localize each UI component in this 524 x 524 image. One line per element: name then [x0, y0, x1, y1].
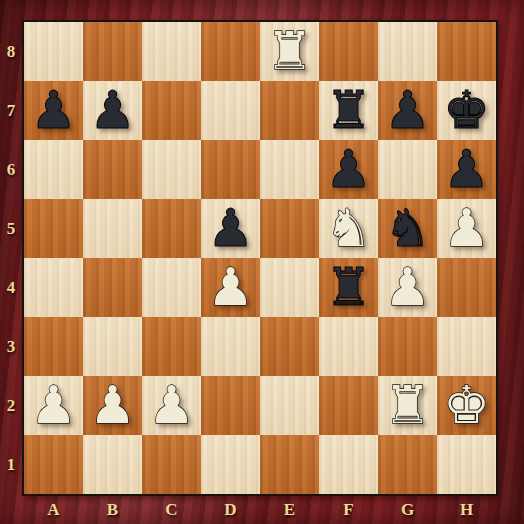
white-king[interactable]: ♚ — [443, 376, 490, 435]
square-h4[interactable] — [437, 258, 496, 317]
white-pawn[interactable]: ♟ — [443, 199, 490, 258]
square-b2[interactable]: ♟ — [83, 376, 142, 435]
square-b1[interactable] — [83, 435, 142, 494]
square-a8[interactable] — [24, 22, 83, 81]
black-king[interactable]: ♚ — [443, 81, 490, 140]
square-d6[interactable] — [201, 140, 260, 199]
square-b6[interactable] — [83, 140, 142, 199]
square-h3[interactable] — [437, 317, 496, 376]
square-g5[interactable]: ♞ — [378, 199, 437, 258]
square-c7[interactable] — [142, 81, 201, 140]
square-a1[interactable] — [24, 435, 83, 494]
square-b4[interactable] — [83, 258, 142, 317]
square-e6[interactable] — [260, 140, 319, 199]
square-b8[interactable] — [83, 22, 142, 81]
white-knight[interactable]: ♞ — [325, 199, 372, 258]
white-pawn[interactable]: ♟ — [384, 258, 431, 317]
square-g8[interactable] — [378, 22, 437, 81]
rank-label-5: 5 — [0, 199, 22, 258]
square-c5[interactable] — [142, 199, 201, 258]
rank-label-3: 3 — [0, 317, 22, 376]
white-pawn[interactable]: ♟ — [207, 258, 254, 317]
square-a2[interactable]: ♟ — [24, 376, 83, 435]
file-label-e: E — [260, 496, 319, 524]
file-label-b: B — [83, 496, 142, 524]
square-h8[interactable] — [437, 22, 496, 81]
square-e8[interactable]: ♜ — [260, 22, 319, 81]
square-e7[interactable] — [260, 81, 319, 140]
square-b5[interactable] — [83, 199, 142, 258]
file-label-h: H — [437, 496, 496, 524]
square-e5[interactable] — [260, 199, 319, 258]
square-c3[interactable] — [142, 317, 201, 376]
square-d4[interactable]: ♟ — [201, 258, 260, 317]
square-g7[interactable]: ♟ — [378, 81, 437, 140]
black-pawn[interactable]: ♟ — [89, 81, 136, 140]
square-c1[interactable] — [142, 435, 201, 494]
square-d8[interactable] — [201, 22, 260, 81]
black-pawn[interactable]: ♟ — [30, 81, 77, 140]
square-f5[interactable]: ♞ — [319, 199, 378, 258]
square-a4[interactable] — [24, 258, 83, 317]
square-b3[interactable] — [83, 317, 142, 376]
rank-label-2: 2 — [0, 376, 22, 435]
square-a6[interactable] — [24, 140, 83, 199]
rank-label-7: 7 — [0, 81, 22, 140]
chess-board: ♜♟♟♜♟♚♟♟♟♞♞♟♟♜♟♟♟♟♜♚ — [22, 20, 498, 496]
white-pawn[interactable]: ♟ — [89, 376, 136, 435]
file-label-d: D — [201, 496, 260, 524]
file-label-g: G — [378, 496, 437, 524]
square-f8[interactable] — [319, 22, 378, 81]
square-g6[interactable] — [378, 140, 437, 199]
square-e1[interactable] — [260, 435, 319, 494]
rank-label-8: 8 — [0, 22, 22, 81]
square-h1[interactable] — [437, 435, 496, 494]
square-d3[interactable] — [201, 317, 260, 376]
square-a3[interactable] — [24, 317, 83, 376]
square-d2[interactable] — [201, 376, 260, 435]
square-f7[interactable]: ♜ — [319, 81, 378, 140]
square-f3[interactable] — [319, 317, 378, 376]
file-label-a: A — [24, 496, 83, 524]
black-rook[interactable]: ♜ — [325, 258, 372, 317]
square-h6[interactable]: ♟ — [437, 140, 496, 199]
white-rook[interactable]: ♜ — [266, 22, 313, 81]
square-f1[interactable] — [319, 435, 378, 494]
file-label-c: C — [142, 496, 201, 524]
black-pawn[interactable]: ♟ — [325, 140, 372, 199]
white-pawn[interactable]: ♟ — [148, 376, 195, 435]
square-h2[interactable]: ♚ — [437, 376, 496, 435]
square-c4[interactable] — [142, 258, 201, 317]
rank-label-4: 4 — [0, 258, 22, 317]
square-g4[interactable]: ♟ — [378, 258, 437, 317]
square-g2[interactable]: ♜ — [378, 376, 437, 435]
square-b7[interactable]: ♟ — [83, 81, 142, 140]
black-pawn[interactable]: ♟ — [443, 140, 490, 199]
square-d1[interactable] — [201, 435, 260, 494]
rank-label-1: 1 — [0, 435, 22, 494]
square-f2[interactable] — [319, 376, 378, 435]
square-g3[interactable] — [378, 317, 437, 376]
square-e3[interactable] — [260, 317, 319, 376]
white-pawn[interactable]: ♟ — [30, 376, 77, 435]
black-knight[interactable]: ♞ — [384, 199, 431, 258]
square-g1[interactable] — [378, 435, 437, 494]
square-c2[interactable]: ♟ — [142, 376, 201, 435]
square-e4[interactable] — [260, 258, 319, 317]
file-label-f: F — [319, 496, 378, 524]
square-a5[interactable] — [24, 199, 83, 258]
square-a7[interactable]: ♟ — [24, 81, 83, 140]
square-h5[interactable]: ♟ — [437, 199, 496, 258]
square-e2[interactable] — [260, 376, 319, 435]
square-d5[interactable]: ♟ — [201, 199, 260, 258]
square-c6[interactable] — [142, 140, 201, 199]
white-rook[interactable]: ♜ — [384, 376, 431, 435]
square-f4[interactable]: ♜ — [319, 258, 378, 317]
square-c8[interactable] — [142, 22, 201, 81]
rank-label-6: 6 — [0, 140, 22, 199]
black-pawn[interactable]: ♟ — [207, 199, 254, 258]
square-h7[interactable]: ♚ — [437, 81, 496, 140]
black-pawn[interactable]: ♟ — [384, 81, 431, 140]
black-rook[interactable]: ♜ — [325, 81, 372, 140]
square-d7[interactable] — [201, 81, 260, 140]
square-f6[interactable]: ♟ — [319, 140, 378, 199]
